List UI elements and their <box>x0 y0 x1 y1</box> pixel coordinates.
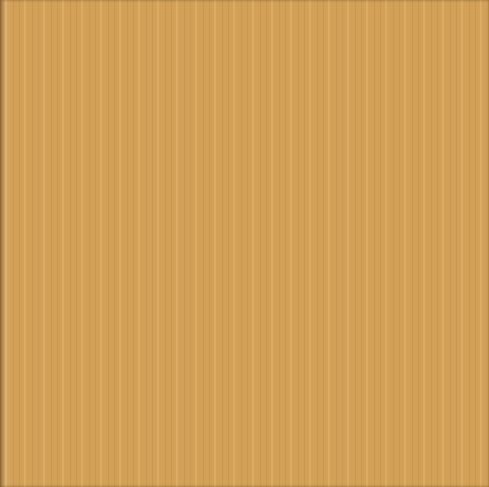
grid-lines-and-star-points <box>0 0 489 487</box>
go-board <box>0 0 489 487</box>
